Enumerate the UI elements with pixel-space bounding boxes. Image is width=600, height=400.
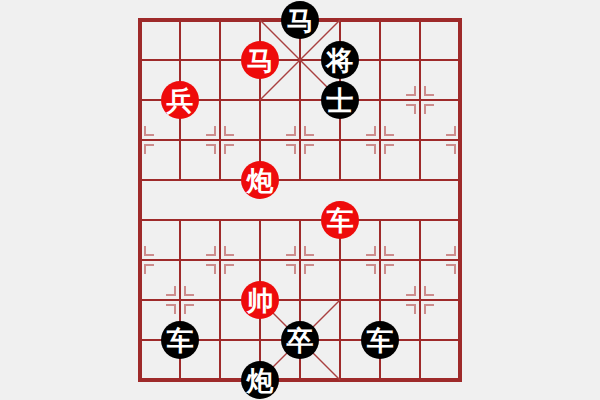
pieces-layer: 马马将兵士炮车帅车卒车炮 xyxy=(0,0,600,400)
piece-black-soldier[interactable]: 卒 xyxy=(281,321,319,359)
piece-black-chariot[interactable]: 车 xyxy=(161,321,199,359)
piece-red-horse[interactable]: 马 xyxy=(241,41,279,79)
piece-black-horse[interactable]: 马 xyxy=(281,1,319,39)
piece-red-chariot[interactable]: 车 xyxy=(321,201,359,239)
piece-black-cannon[interactable]: 炮 xyxy=(241,361,279,399)
piece-black-general[interactable]: 将 xyxy=(321,41,359,79)
piece-black-advisor[interactable]: 士 xyxy=(321,81,359,119)
piece-black-chariot[interactable]: 车 xyxy=(361,321,399,359)
piece-red-soldier[interactable]: 兵 xyxy=(161,81,199,119)
piece-red-cannon[interactable]: 炮 xyxy=(241,161,279,199)
xiangqi-app: 马马将兵士炮车帅车卒车炮 xyxy=(0,0,600,400)
piece-red-general[interactable]: 帅 xyxy=(241,281,279,319)
